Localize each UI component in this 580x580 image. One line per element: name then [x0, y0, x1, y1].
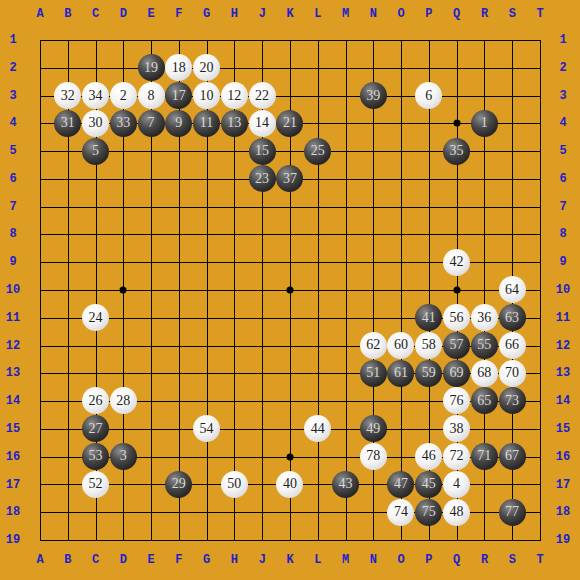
stone-black-23-j6: 23 — [249, 165, 276, 192]
stone-white-18-f2: 18 — [165, 54, 192, 81]
stone-black-59-p13: 59 — [415, 360, 442, 387]
stone-black-17-f3: 17 — [165, 82, 192, 109]
stone-white-70-s13: 70 — [499, 360, 526, 387]
column-label-g: G — [193, 0, 221, 28]
stone-black-15-j5: 15 — [249, 138, 276, 165]
column-label-q: Q — [443, 0, 471, 28]
stone-black-39-n3: 39 — [360, 82, 387, 109]
stone-black-13-h4: 13 — [221, 110, 248, 137]
stone-black-65-r14: 65 — [471, 387, 498, 414]
stone-white-20-g2: 20 — [193, 54, 220, 81]
stone-black-57-q12: 57 — [443, 332, 470, 359]
stone-black-51-n13: 51 — [360, 360, 387, 387]
column-label-e: E — [137, 0, 165, 28]
row-label-16: 16 — [0, 443, 26, 471]
row-label-3: 3 — [0, 82, 26, 110]
column-label-p: P — [415, 0, 443, 28]
row-label-4: 4 — [0, 109, 26, 137]
stone-white-68-r13: 68 — [471, 360, 498, 387]
board-grid[interactable]: 1234567891011121314151718192021222324252… — [26, 26, 554, 554]
row-label-19: 19 — [0, 526, 26, 554]
stone-black-19-e2: 19 — [138, 54, 165, 81]
column-labels-top: ABCDEFGHJKLMNOPQRST — [26, 0, 554, 28]
row-label-13: 13 — [0, 359, 26, 387]
stone-white-44-l15: 44 — [304, 415, 331, 442]
row-labels-left: 12345678910111213141516171819 — [0, 26, 26, 554]
column-label-l: L — [304, 0, 332, 28]
column-label-a: A — [26, 0, 54, 28]
stone-black-7-e4: 7 — [138, 110, 165, 137]
stone-white-22-j3: 22 — [249, 82, 276, 109]
stone-white-56-q11: 56 — [443, 304, 470, 331]
stone-black-21-k4: 21 — [276, 110, 303, 137]
stone-black-35-q5: 35 — [443, 138, 470, 165]
stone-black-63-s11: 63 — [499, 304, 526, 331]
row-label-15: 15 — [0, 415, 26, 443]
stone-white-74-o18: 74 — [387, 499, 414, 526]
stone-black-25-l5: 25 — [304, 138, 331, 165]
stone-black-53-c16: 53 — [82, 443, 109, 470]
stone-black-31-b4: 31 — [54, 110, 81, 137]
row-label-7: 7 — [0, 193, 26, 221]
column-label-k: K — [276, 0, 304, 28]
stone-white-48-q18: 48 — [443, 499, 470, 526]
stone-black-3-d16: 3 — [110, 443, 137, 470]
stone-white-40-k17: 40 — [276, 471, 303, 498]
row-label-17: 17 — [0, 471, 26, 499]
row-label-6: 6 — [0, 165, 26, 193]
stone-white-10-g3: 10 — [193, 82, 220, 109]
row-label-14: 14 — [0, 387, 26, 415]
stone-black-43-m17: 43 — [332, 471, 359, 498]
stone-black-27-c15: 27 — [82, 415, 109, 442]
column-label-t: T — [526, 0, 554, 28]
stone-white-60-o12: 60 — [387, 332, 414, 359]
stone-black-75-p18: 75 — [415, 499, 442, 526]
stone-white-66-s12: 66 — [499, 332, 526, 359]
stone-white-52-c17: 52 — [82, 471, 109, 498]
row-label-10: 10 — [0, 276, 26, 304]
row-label-5: 5 — [0, 137, 26, 165]
stone-black-11-g4: 11 — [193, 110, 220, 137]
stone-black-77-s18: 77 — [499, 499, 526, 526]
stone-white-76-q14: 76 — [443, 387, 470, 414]
stone-black-73-s14: 73 — [499, 387, 526, 414]
column-label-f: F — [165, 0, 193, 28]
row-label-18: 18 — [0, 498, 26, 526]
row-label-11: 11 — [0, 304, 26, 332]
stone-white-14-j4: 14 — [249, 110, 276, 137]
stone-white-28-d14: 28 — [110, 387, 137, 414]
stone-white-2-d3: 2 — [110, 82, 137, 109]
column-label-h: H — [221, 0, 249, 28]
column-label-c: C — [82, 0, 110, 28]
row-label-2: 2 — [0, 54, 26, 82]
stone-black-55-r12: 55 — [471, 332, 498, 359]
column-label-b: B — [54, 0, 82, 28]
stone-black-41-p11: 41 — [415, 304, 442, 331]
stone-black-9-f4: 9 — [165, 110, 192, 137]
stone-white-62-n12: 62 — [360, 332, 387, 359]
stone-white-12-h3: 12 — [221, 82, 248, 109]
column-label-d: D — [109, 0, 137, 28]
stone-white-4-q17: 4 — [443, 471, 470, 498]
stone-black-33-d4: 33 — [110, 110, 137, 137]
stone-white-72-q16: 72 — [443, 443, 470, 470]
stone-black-5-c5: 5 — [82, 138, 109, 165]
stone-white-46-p16: 46 — [415, 443, 442, 470]
stone-white-50-h17: 50 — [221, 471, 248, 498]
column-label-j: J — [248, 0, 276, 28]
stone-white-24-c11: 24 — [82, 304, 109, 331]
stone-black-69-q13: 69 — [443, 360, 470, 387]
column-label-n: N — [359, 0, 387, 28]
stone-white-6-p3: 6 — [415, 82, 442, 109]
column-label-r: R — [471, 0, 499, 28]
row-label-12: 12 — [0, 332, 26, 360]
stone-white-42-q9: 42 — [443, 249, 470, 276]
row-label-8: 8 — [0, 221, 26, 249]
row-label-1: 1 — [0, 26, 26, 54]
column-label-o: O — [387, 0, 415, 28]
stone-black-1-r4: 1 — [471, 110, 498, 137]
go-board: ABCDEFGHJKLMNOPQRST ABCDEFGHJKLMNOPQRST … — [0, 0, 580, 580]
stone-black-71-r16: 71 — [471, 443, 498, 470]
stone-black-37-k6: 37 — [276, 165, 303, 192]
stone-white-34-c3: 34 — [82, 82, 109, 109]
stone-white-30-c4: 30 — [82, 110, 109, 137]
stone-black-49-n15: 49 — [360, 415, 387, 442]
stone-white-26-c14: 26 — [82, 387, 109, 414]
stone-white-58-p12: 58 — [415, 332, 442, 359]
stone-white-32-b3: 32 — [54, 82, 81, 109]
column-label-m: M — [332, 0, 360, 28]
stone-black-61-o13: 61 — [387, 360, 414, 387]
stone-white-36-r11: 36 — [471, 304, 498, 331]
stone-white-54-g15: 54 — [193, 415, 220, 442]
row-label-9: 9 — [0, 248, 26, 276]
stone-black-45-p17: 45 — [415, 471, 442, 498]
stone-black-67-s16: 67 — [499, 443, 526, 470]
stone-black-29-f17: 29 — [165, 471, 192, 498]
stone-white-8-e3: 8 — [138, 82, 165, 109]
stone-black-47-o17: 47 — [387, 471, 414, 498]
stone-white-38-q15: 38 — [443, 415, 470, 442]
stone-white-78-n16: 78 — [360, 443, 387, 470]
stone-white-64-s10: 64 — [499, 276, 526, 303]
column-label-s: S — [498, 0, 526, 28]
